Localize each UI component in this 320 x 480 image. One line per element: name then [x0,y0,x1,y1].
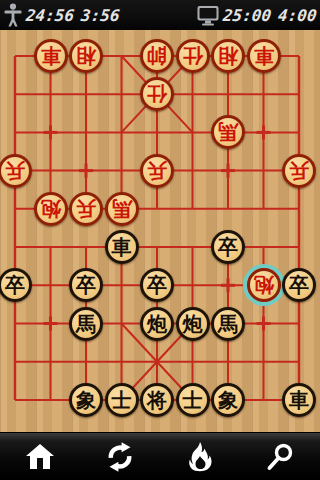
piece-character: 仕 [147,84,167,104]
computer-time: 25:004:00 [222,6,318,25]
piece-character: 相 [76,46,96,66]
piece-character: 馬 [76,314,96,334]
piece-red-r4c1[interactable]: 炮 [34,192,68,226]
computer-icon [196,3,220,27]
piece-black-r9c5[interactable]: 士 [176,383,210,417]
piece-character: 帥 [147,46,167,66]
piece-character: 卒 [76,275,96,295]
piece-black-r9c2[interactable]: 象 [69,383,103,417]
piece-character: 兵 [5,161,25,181]
piece-red-r0c1[interactable]: 車 [34,39,68,73]
piece-character: 兵 [76,199,96,219]
piece-character: 相 [218,46,238,66]
piece-character: 馬 [218,122,238,142]
search-button[interactable] [240,433,320,480]
piece-character: 士 [183,390,203,410]
piece-red-r4c3[interactable]: 馬 [105,192,139,226]
piece-red-r0c5[interactable]: 仕 [176,39,210,73]
piece-red-r0c7[interactable]: 車 [247,39,281,73]
app-screen: 24:563:56 25:004:00 車相帥仕相車仕馬兵兵兵炮兵馬車卒卒卒卒炮… [0,0,320,480]
piece-black-r5c6[interactable]: 卒 [211,230,245,264]
piece-red-r1c4[interactable]: 仕 [140,77,174,111]
piece-black-r9c8[interactable]: 車 [282,383,316,417]
piece-black-r5c3[interactable]: 車 [105,230,139,264]
piece-black-r7c5[interactable]: 炮 [176,307,210,341]
computer-move-time: 4:00 [277,6,318,25]
piece-character: 将 [147,390,167,410]
bottom-toolbar [0,432,320,480]
piece-black-r9c6[interactable]: 象 [211,383,245,417]
computer-main-time: 25:00 [222,6,272,25]
piece-character: 馬 [218,314,238,334]
player-clock: 24:563:56 [3,3,120,27]
piece-character: 卒 [5,275,25,295]
piece-character: 炮 [183,314,203,334]
swap-button[interactable] [80,433,160,480]
swap-arrows-icon [104,442,136,472]
piece-character: 兵 [147,161,167,181]
piece-character: 士 [112,390,132,410]
piece-character: 象 [76,390,96,410]
player-icon [3,3,23,27]
piece-red-r3c0[interactable]: 兵 [0,154,32,188]
piece-red-r6c7[interactable]: 炮 [247,268,281,302]
piece-black-r7c4[interactable]: 炮 [140,307,174,341]
piece-character: 車 [254,46,274,66]
computer-clock: 25:004:00 [196,3,317,27]
piece-black-r9c3[interactable]: 士 [105,383,139,417]
flame-icon [186,442,214,472]
piece-black-r9c4[interactable]: 将 [140,383,174,417]
piece-character: 炮 [254,275,274,295]
piece-red-r0c4[interactable]: 帥 [140,39,174,73]
piece-character: 炮 [41,199,61,219]
piece-character: 車 [41,46,61,66]
top-bar: 24:563:56 25:004:00 [0,0,320,30]
piece-character: 馬 [112,199,132,219]
piece-red-r4c2[interactable]: 兵 [69,192,103,226]
magnifier-icon [266,443,294,471]
fire-button[interactable] [160,433,240,480]
piece-character: 象 [218,390,238,410]
player-main-time: 24:56 [25,6,75,25]
xiangqi-board[interactable]: 車相帥仕相車仕馬兵兵兵炮兵馬車卒卒卒卒炮卒馬炮炮馬象士将士象車 [0,30,320,433]
piece-character: 卒 [218,237,238,257]
piece-black-r7c2[interactable]: 馬 [69,307,103,341]
piece-red-r3c8[interactable]: 兵 [282,154,316,188]
piece-character: 卒 [147,275,167,295]
home-icon [25,443,55,470]
piece-red-r0c2[interactable]: 相 [69,39,103,73]
player-move-time: 3:56 [80,6,121,25]
piece-character: 仕 [183,46,203,66]
piece-character: 兵 [289,161,309,181]
piece-character: 車 [289,390,309,410]
piece-black-r7c6[interactable]: 馬 [211,307,245,341]
piece-red-r0c6[interactable]: 相 [211,39,245,73]
home-button[interactable] [0,433,80,480]
piece-character: 炮 [147,314,167,334]
piece-character: 卒 [289,275,309,295]
piece-character: 車 [112,237,132,257]
piece-red-r3c4[interactable]: 兵 [140,154,174,188]
player-time: 24:563:56 [25,6,121,25]
